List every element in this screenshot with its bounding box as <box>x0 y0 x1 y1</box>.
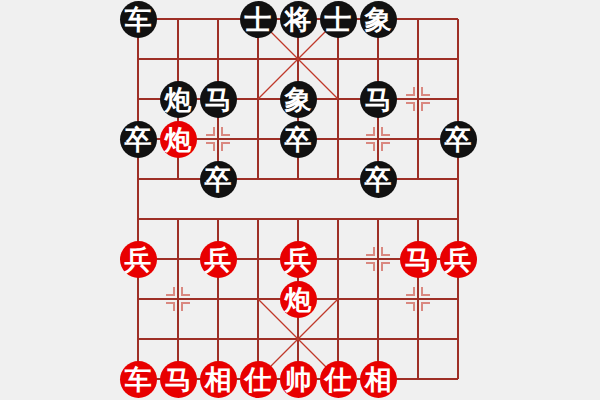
black-soldier[interactable]: 卒 <box>120 121 157 158</box>
xiangqi-board: 车士将士象炮马象马卒炮卒卒卒卒兵兵兵马兵炮车马相仕帅仕相 <box>0 0 600 400</box>
black-elephant[interactable]: 象 <box>360 1 397 38</box>
red-soldier[interactable]: 兵 <box>440 241 477 278</box>
black-chariot[interactable]: 车 <box>120 1 157 38</box>
red-chariot[interactable]: 车 <box>120 361 157 398</box>
black-cannon[interactable]: 炮 <box>160 81 197 118</box>
red-cannon[interactable]: 炮 <box>160 121 197 158</box>
red-elephant[interactable]: 相 <box>360 361 397 398</box>
red-advisor[interactable]: 仕 <box>320 361 357 398</box>
red-horse[interactable]: 马 <box>400 241 437 278</box>
black-elephant[interactable]: 象 <box>280 81 317 118</box>
black-horse[interactable]: 马 <box>200 81 237 118</box>
pieces-layer: 车士将士象炮马象马卒炮卒卒卒卒兵兵兵马兵炮车马相仕帅仕相 <box>118 0 478 399</box>
red-soldier[interactable]: 兵 <box>120 241 157 278</box>
black-horse[interactable]: 马 <box>360 81 397 118</box>
black-general[interactable]: 将 <box>280 1 317 38</box>
red-soldier[interactable]: 兵 <box>280 241 317 278</box>
red-elephant[interactable]: 相 <box>200 361 237 398</box>
red-general[interactable]: 帅 <box>280 361 317 398</box>
black-soldier[interactable]: 卒 <box>280 121 317 158</box>
red-advisor[interactable]: 仕 <box>240 361 277 398</box>
red-soldier[interactable]: 兵 <box>200 241 237 278</box>
red-horse[interactable]: 马 <box>160 361 197 398</box>
black-soldier[interactable]: 卒 <box>360 161 397 198</box>
black-soldier[interactable]: 卒 <box>200 161 237 198</box>
red-cannon[interactable]: 炮 <box>280 281 317 318</box>
black-soldier[interactable]: 卒 <box>440 121 477 158</box>
black-advisor[interactable]: 士 <box>320 1 357 38</box>
black-advisor[interactable]: 士 <box>240 1 277 38</box>
